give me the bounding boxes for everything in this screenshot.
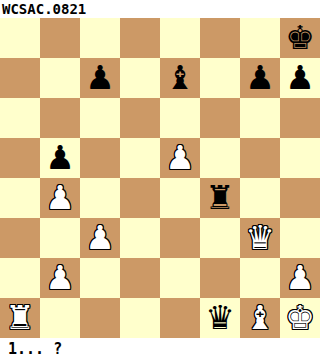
square-c3[interactable]: ♟ bbox=[80, 218, 120, 258]
square-d2[interactable] bbox=[120, 258, 160, 298]
piece-white-bishop[interactable]: ♝ bbox=[245, 298, 275, 338]
square-a2[interactable] bbox=[0, 258, 40, 298]
square-c5[interactable] bbox=[80, 138, 120, 178]
diagram-title: WCSAC.0821 bbox=[0, 0, 320, 18]
square-d7[interactable] bbox=[120, 58, 160, 98]
piece-black-pawn[interactable]: ♟ bbox=[285, 58, 315, 98]
square-b8[interactable] bbox=[40, 18, 80, 58]
square-f2[interactable] bbox=[200, 258, 240, 298]
square-b2[interactable]: ♟ bbox=[40, 258, 80, 298]
square-d6[interactable] bbox=[120, 98, 160, 138]
piece-black-queen[interactable]: ♛ bbox=[205, 298, 235, 338]
piece-white-pawn[interactable]: ♟ bbox=[45, 178, 75, 218]
square-h2[interactable]: ♟ bbox=[280, 258, 320, 298]
piece-black-bishop[interactable]: ♝ bbox=[165, 58, 195, 98]
square-d4[interactable] bbox=[120, 178, 160, 218]
square-e8[interactable] bbox=[160, 18, 200, 58]
square-g7[interactable]: ♟ bbox=[240, 58, 280, 98]
move-prompt: 1... ? bbox=[0, 338, 320, 360]
square-c7[interactable]: ♟ bbox=[80, 58, 120, 98]
square-a8[interactable] bbox=[0, 18, 40, 58]
piece-white-pawn[interactable]: ♟ bbox=[285, 258, 315, 298]
square-f6[interactable] bbox=[200, 98, 240, 138]
square-d8[interactable] bbox=[120, 18, 160, 58]
square-g6[interactable] bbox=[240, 98, 280, 138]
square-c4[interactable] bbox=[80, 178, 120, 218]
square-h7[interactable]: ♟ bbox=[280, 58, 320, 98]
square-f3[interactable] bbox=[200, 218, 240, 258]
square-b5[interactable]: ♟ bbox=[40, 138, 80, 178]
piece-black-pawn[interactable]: ♟ bbox=[45, 138, 75, 178]
square-c1[interactable] bbox=[80, 298, 120, 338]
piece-white-rook[interactable]: ♜ bbox=[5, 298, 35, 338]
square-d3[interactable] bbox=[120, 218, 160, 258]
square-g1[interactable]: ♝ bbox=[240, 298, 280, 338]
square-c2[interactable] bbox=[80, 258, 120, 298]
square-e7[interactable]: ♝ bbox=[160, 58, 200, 98]
square-e4[interactable] bbox=[160, 178, 200, 218]
square-f4[interactable]: ♜ bbox=[200, 178, 240, 218]
piece-white-pawn[interactable]: ♟ bbox=[45, 258, 75, 298]
piece-white-queen[interactable]: ♛ bbox=[245, 218, 275, 258]
piece-black-pawn[interactable]: ♟ bbox=[85, 58, 115, 98]
square-g5[interactable] bbox=[240, 138, 280, 178]
square-a1[interactable]: ♜ bbox=[0, 298, 40, 338]
square-h1[interactable]: ♚ bbox=[280, 298, 320, 338]
square-e1[interactable] bbox=[160, 298, 200, 338]
square-f5[interactable] bbox=[200, 138, 240, 178]
square-b7[interactable] bbox=[40, 58, 80, 98]
square-e6[interactable] bbox=[160, 98, 200, 138]
square-f7[interactable] bbox=[200, 58, 240, 98]
square-a4[interactable] bbox=[0, 178, 40, 218]
piece-black-pawn[interactable]: ♟ bbox=[245, 58, 275, 98]
square-c8[interactable] bbox=[80, 18, 120, 58]
square-h8[interactable]: ♚ bbox=[280, 18, 320, 58]
square-g3[interactable]: ♛ bbox=[240, 218, 280, 258]
square-g4[interactable] bbox=[240, 178, 280, 218]
square-c6[interactable] bbox=[80, 98, 120, 138]
square-h3[interactable] bbox=[280, 218, 320, 258]
square-f8[interactable] bbox=[200, 18, 240, 58]
piece-white-king[interactable]: ♚ bbox=[285, 298, 315, 338]
square-g2[interactable] bbox=[240, 258, 280, 298]
square-b6[interactable] bbox=[40, 98, 80, 138]
square-a7[interactable] bbox=[0, 58, 40, 98]
square-e5[interactable]: ♟ bbox=[160, 138, 200, 178]
square-b1[interactable] bbox=[40, 298, 80, 338]
square-a5[interactable] bbox=[0, 138, 40, 178]
square-h6[interactable] bbox=[280, 98, 320, 138]
piece-white-pawn[interactable]: ♟ bbox=[165, 138, 195, 178]
square-d5[interactable] bbox=[120, 138, 160, 178]
square-h5[interactable] bbox=[280, 138, 320, 178]
square-b3[interactable] bbox=[40, 218, 80, 258]
chess-board: ♚♟♝♟♟♟♟♟♜♟♛♟♟♜♛♝♚ bbox=[0, 18, 320, 338]
piece-white-pawn[interactable]: ♟ bbox=[85, 218, 115, 258]
square-a6[interactable] bbox=[0, 98, 40, 138]
square-e2[interactable] bbox=[160, 258, 200, 298]
square-e3[interactable] bbox=[160, 218, 200, 258]
square-b4[interactable]: ♟ bbox=[40, 178, 80, 218]
square-d1[interactable] bbox=[120, 298, 160, 338]
square-f1[interactable]: ♛ bbox=[200, 298, 240, 338]
square-h4[interactable] bbox=[280, 178, 320, 218]
square-g8[interactable] bbox=[240, 18, 280, 58]
square-a3[interactable] bbox=[0, 218, 40, 258]
piece-black-king[interactable]: ♚ bbox=[285, 18, 315, 58]
piece-black-rook[interactable]: ♜ bbox=[205, 178, 235, 218]
